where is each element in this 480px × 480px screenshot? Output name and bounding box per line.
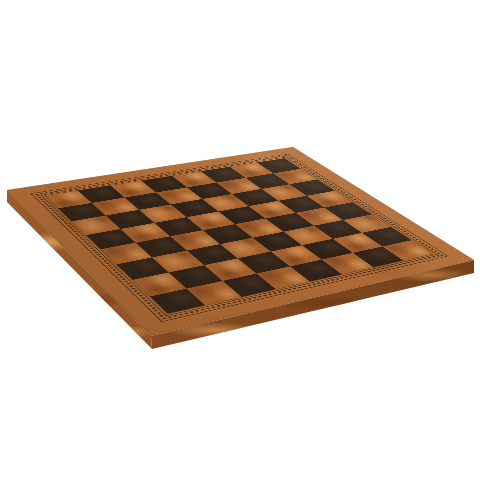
chessboard — [7, 147, 474, 336]
product-photo-stage — [0, 0, 480, 480]
